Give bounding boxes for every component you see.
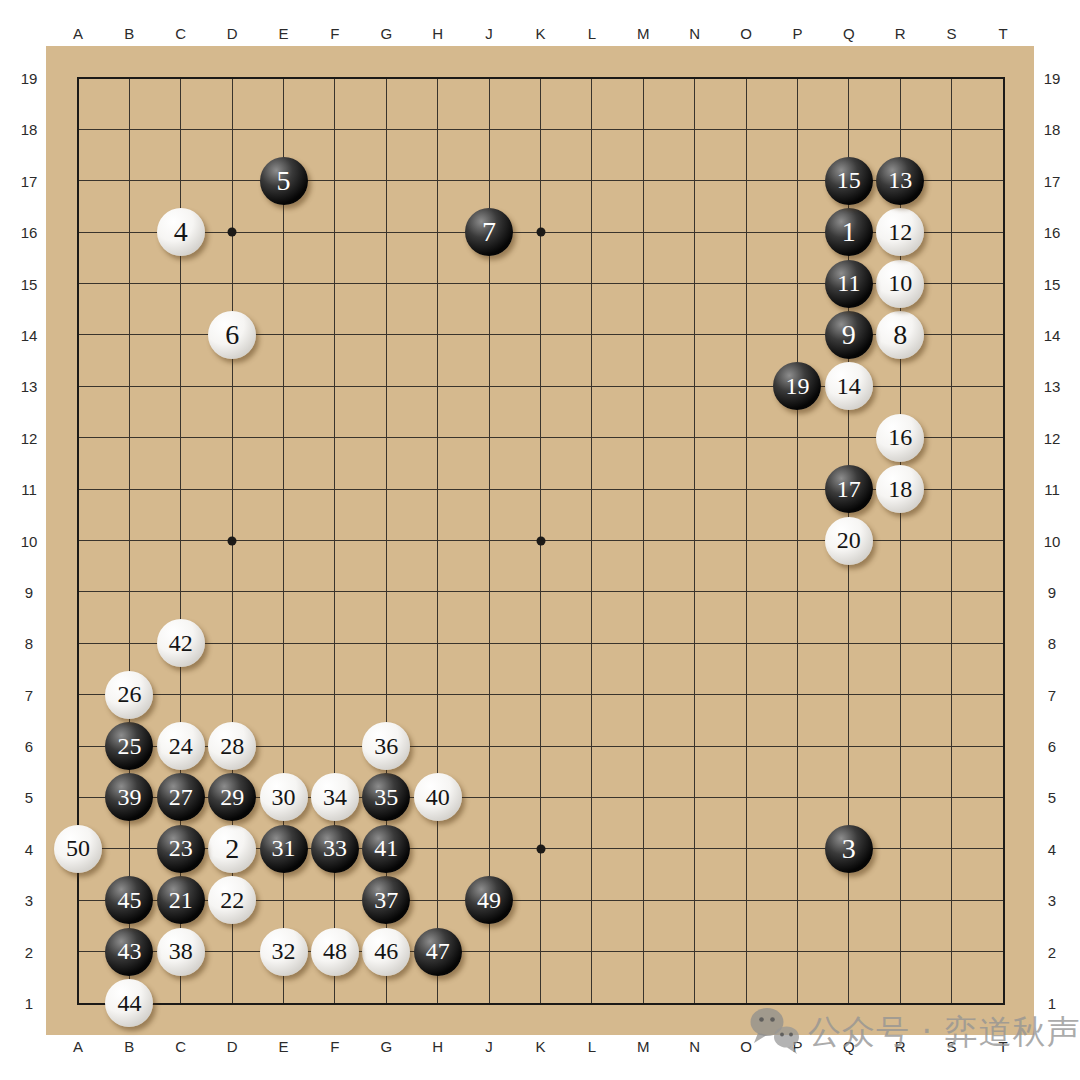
coord-right-19: 19 xyxy=(1044,70,1061,87)
stone-black-11[interactable]: 11 xyxy=(825,260,873,308)
coord-left-19: 19 xyxy=(21,70,38,87)
coord-right-2: 2 xyxy=(1048,943,1056,960)
stone-black-45[interactable]: 45 xyxy=(105,876,153,924)
coord-left-17: 17 xyxy=(21,172,38,189)
stone-black-41[interactable]: 41 xyxy=(362,825,410,873)
stone-white-50[interactable]: 50 xyxy=(54,825,102,873)
stone-white-10[interactable]: 10 xyxy=(876,260,924,308)
coord-top-H: H xyxy=(432,25,443,42)
coord-left-14: 14 xyxy=(21,326,38,343)
stone-black-39[interactable]: 39 xyxy=(105,773,153,821)
coord-top-L: L xyxy=(588,25,596,42)
coord-left-3: 3 xyxy=(25,892,33,909)
coord-top-C: C xyxy=(175,25,186,42)
coord-right-8: 8 xyxy=(1048,635,1056,652)
watermark: 公众号 · 弈道秋声 xyxy=(748,1002,1080,1060)
coord-right-14: 14 xyxy=(1044,326,1061,343)
coord-right-3: 3 xyxy=(1048,892,1056,909)
stone-white-20[interactable]: 20 xyxy=(825,517,873,565)
coord-top-F: F xyxy=(330,25,339,42)
coord-left-12: 12 xyxy=(21,429,38,446)
watermark-text: 公众号 · 弈道秋声 xyxy=(808,1015,1080,1048)
stone-black-3[interactable]: 3 xyxy=(825,825,873,873)
stone-white-48[interactable]: 48 xyxy=(311,928,359,976)
coord-top-K: K xyxy=(535,25,545,42)
stone-white-18[interactable]: 18 xyxy=(876,465,924,513)
stone-black-29[interactable]: 29 xyxy=(208,773,256,821)
wechat-icon xyxy=(748,1003,804,1059)
stone-black-37[interactable]: 37 xyxy=(362,876,410,924)
stone-black-1[interactable]: 1 xyxy=(825,208,873,256)
coord-left-6: 6 xyxy=(25,738,33,755)
coord-left-7: 7 xyxy=(25,686,33,703)
coord-top-M: M xyxy=(637,25,650,42)
coord-top-G: G xyxy=(380,25,392,42)
coord-right-11: 11 xyxy=(1044,481,1060,498)
stone-white-26[interactable]: 26 xyxy=(105,671,153,719)
coord-left-4: 4 xyxy=(25,840,33,857)
stone-black-35[interactable]: 35 xyxy=(362,773,410,821)
stone-black-33[interactable]: 33 xyxy=(311,825,359,873)
coord-left-8: 8 xyxy=(25,635,33,652)
stone-black-27[interactable]: 27 xyxy=(157,773,205,821)
coord-top-N: N xyxy=(689,25,700,42)
coord-right-16: 16 xyxy=(1044,224,1061,241)
stone-black-7[interactable]: 7 xyxy=(465,208,513,256)
coord-right-13: 13 xyxy=(1044,378,1061,395)
coord-right-4: 4 xyxy=(1048,840,1056,857)
stone-white-6[interactable]: 6 xyxy=(208,311,256,359)
coord-bottom-F: F xyxy=(330,1038,339,1055)
stone-white-12[interactable]: 12 xyxy=(876,208,924,256)
stone-white-40[interactable]: 40 xyxy=(414,773,462,821)
stone-white-22[interactable]: 22 xyxy=(208,876,256,924)
stone-black-13[interactable]: 13 xyxy=(876,157,924,205)
coord-top-R: R xyxy=(895,25,906,42)
stone-white-24[interactable]: 24 xyxy=(157,722,205,770)
stone-white-38[interactable]: 38 xyxy=(157,928,205,976)
stone-black-23[interactable]: 23 xyxy=(157,825,205,873)
coord-top-B: B xyxy=(124,25,134,42)
coord-left-13: 13 xyxy=(21,378,38,395)
coord-right-10: 10 xyxy=(1044,532,1061,549)
coord-left-2: 2 xyxy=(25,943,33,960)
stone-white-28[interactable]: 28 xyxy=(208,722,256,770)
stone-black-17[interactable]: 17 xyxy=(825,465,873,513)
coord-top-T: T xyxy=(998,25,1007,42)
stone-white-4[interactable]: 4 xyxy=(157,208,205,256)
coord-bottom-H: H xyxy=(432,1038,443,1055)
stone-white-14[interactable]: 14 xyxy=(825,362,873,410)
coord-bottom-L: L xyxy=(588,1038,596,1055)
coord-bottom-J: J xyxy=(485,1038,493,1055)
coord-bottom-G: G xyxy=(380,1038,392,1055)
stone-black-9[interactable]: 9 xyxy=(825,311,873,359)
star-point-K16 xyxy=(536,228,545,237)
coord-bottom-C: C xyxy=(175,1038,186,1055)
coord-top-Q: Q xyxy=(843,25,855,42)
star-point-D16 xyxy=(228,228,237,237)
stone-black-19[interactable]: 19 xyxy=(773,362,821,410)
stone-black-5[interactable]: 5 xyxy=(260,157,308,205)
star-point-K10 xyxy=(536,536,545,545)
stone-white-30[interactable]: 30 xyxy=(260,773,308,821)
coord-bottom-D: D xyxy=(227,1038,238,1055)
coord-left-18: 18 xyxy=(21,121,38,138)
stone-white-16[interactable]: 16 xyxy=(876,414,924,462)
go-board[interactable]: AABBCCDDEEFFGGHHJJKKLLMMNNOOPPQQRRSSTT19… xyxy=(0,0,1080,1080)
coord-bottom-M: M xyxy=(637,1038,650,1055)
coord-bottom-K: K xyxy=(535,1038,545,1055)
stone-white-32[interactable]: 32 xyxy=(260,928,308,976)
stone-black-47[interactable]: 47 xyxy=(414,928,462,976)
coord-top-P: P xyxy=(792,25,802,42)
stone-white-46[interactable]: 46 xyxy=(362,928,410,976)
stone-white-8[interactable]: 8 xyxy=(876,311,924,359)
coord-left-16: 16 xyxy=(21,224,38,241)
stone-black-43[interactable]: 43 xyxy=(105,928,153,976)
stone-white-2[interactable]: 2 xyxy=(208,825,256,873)
coord-bottom-N: N xyxy=(689,1038,700,1055)
coord-right-6: 6 xyxy=(1048,738,1056,755)
coord-left-11: 11 xyxy=(21,481,37,498)
go-diagram: AABBCCDDEEFFGGHHJJKKLLMMNNOOPPQQRRSSTT19… xyxy=(0,0,1080,1080)
coord-bottom-E: E xyxy=(279,1038,289,1055)
stone-black-25[interactable]: 25 xyxy=(105,722,153,770)
stone-white-36[interactable]: 36 xyxy=(362,722,410,770)
coord-right-9: 9 xyxy=(1048,583,1056,600)
coord-right-7: 7 xyxy=(1048,686,1056,703)
coord-right-18: 18 xyxy=(1044,121,1061,138)
stone-white-44[interactable]: 44 xyxy=(105,979,153,1027)
stone-black-15[interactable]: 15 xyxy=(825,157,873,205)
star-point-K4 xyxy=(536,844,545,853)
coord-top-D: D xyxy=(227,25,238,42)
star-point-D10 xyxy=(228,536,237,545)
coord-right-12: 12 xyxy=(1044,429,1061,446)
coord-left-10: 10 xyxy=(21,532,38,549)
stone-black-31[interactable]: 31 xyxy=(260,825,308,873)
coord-top-E: E xyxy=(279,25,289,42)
stone-black-49[interactable]: 49 xyxy=(465,876,513,924)
stone-white-34[interactable]: 34 xyxy=(311,773,359,821)
coord-left-15: 15 xyxy=(21,275,38,292)
coord-bottom-A: A xyxy=(73,1038,83,1055)
coord-top-J: J xyxy=(485,25,493,42)
coord-top-S: S xyxy=(947,25,957,42)
coord-top-A: A xyxy=(73,25,83,42)
stone-black-21[interactable]: 21 xyxy=(157,876,205,924)
coord-left-9: 9 xyxy=(25,583,33,600)
coord-bottom-B: B xyxy=(124,1038,134,1055)
coord-top-O: O xyxy=(740,25,752,42)
coord-right-5: 5 xyxy=(1048,789,1056,806)
stone-white-42[interactable]: 42 xyxy=(157,619,205,667)
coord-right-17: 17 xyxy=(1044,172,1061,189)
coord-right-15: 15 xyxy=(1044,275,1061,292)
coord-left-1: 1 xyxy=(25,995,33,1012)
coord-left-5: 5 xyxy=(25,789,33,806)
